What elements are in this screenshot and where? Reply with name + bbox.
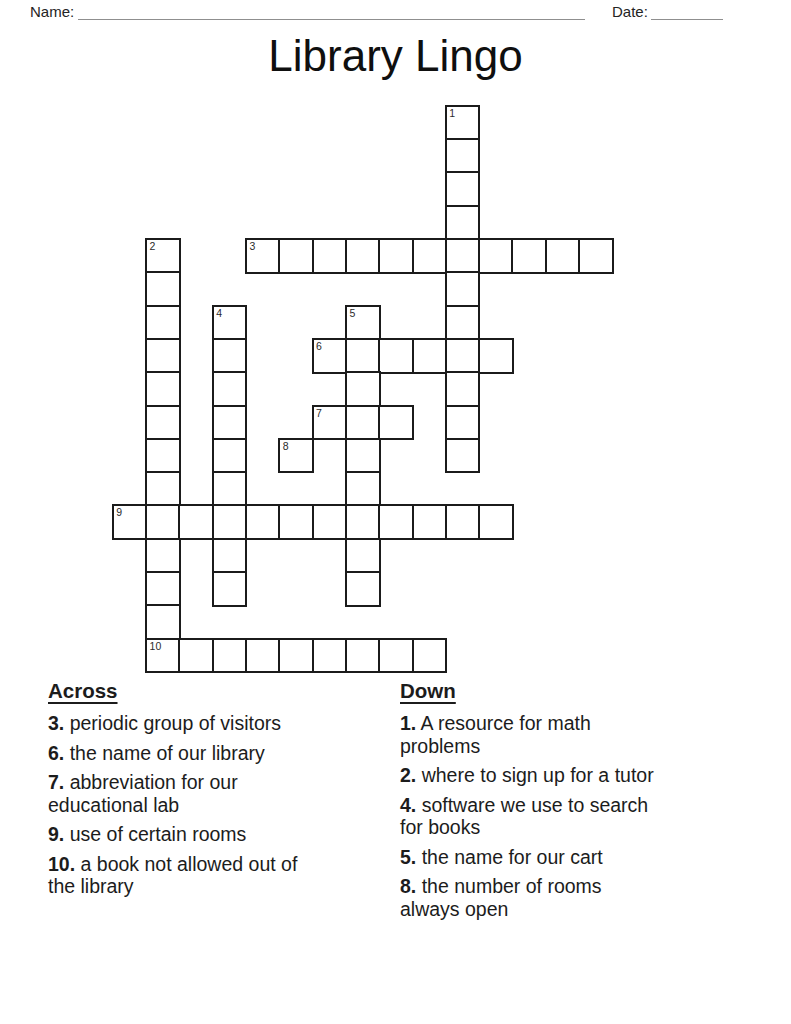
clue-number-10: 10.	[48, 853, 75, 875]
across-clue-list: 3. periodic group of visitors6. the name…	[48, 712, 396, 898]
grid-cell-r7-c7[interactable]	[345, 338, 381, 374]
cell-number-9: 9	[116, 507, 122, 519]
clue-6: 6. the name of our library	[48, 742, 396, 765]
grid-cell-r8-c3[interactable]	[212, 371, 248, 407]
grid-cell-r11-c7[interactable]	[345, 471, 381, 507]
clue-number-2: 2.	[400, 764, 416, 786]
crossword-grid: 12345678910	[113, 106, 615, 675]
grid-cell-r7-c8[interactable]	[378, 338, 414, 374]
cell-number-8: 8	[283, 441, 289, 453]
grid-cell-r6-c1[interactable]	[145, 305, 181, 341]
grid-cell-r12-c4[interactable]	[245, 504, 281, 540]
grid-cell-r7-c3[interactable]	[212, 338, 248, 374]
grid-cell-r10-c7[interactable]	[345, 438, 381, 474]
grid-cell-r16-c8[interactable]	[378, 638, 414, 674]
grid-cell-r16-c1[interactable]: 10	[145, 638, 181, 674]
grid-cell-r7-c9[interactable]	[412, 338, 448, 374]
across-heading: Across	[48, 679, 396, 703]
grid-cell-r16-c6[interactable]	[312, 638, 348, 674]
clue-2: 2. where to sign up for a tutor	[400, 764, 780, 787]
grid-cell-r10-c1[interactable]	[145, 438, 181, 474]
cell-number-7: 7	[316, 408, 322, 420]
puzzle-title: Library Lingo	[0, 30, 791, 83]
down-clues-column: Down 1. A resource for math problems2. w…	[400, 679, 780, 927]
grid-cell-r9-c6[interactable]: 7	[312, 405, 348, 441]
grid-cell-r4-c8[interactable]	[378, 238, 414, 274]
grid-cell-r12-c7[interactable]	[345, 504, 381, 540]
grid-cell-r16-c3[interactable]	[212, 638, 248, 674]
grid-cell-r0-c10[interactable]: 1	[445, 105, 481, 141]
grid-cell-r9-c8[interactable]	[378, 405, 414, 441]
clue-1: 1. A resource for math problems	[400, 712, 780, 757]
grid-cell-r6-c10[interactable]	[445, 305, 481, 341]
cell-number-1: 1	[449, 108, 455, 120]
clue-number-4: 4.	[400, 794, 416, 816]
grid-cell-r8-c7[interactable]	[345, 371, 381, 407]
cell-number-6: 6	[316, 341, 322, 353]
clue-text-7: abbreviation for our educational lab	[48, 771, 238, 816]
grid-cell-r7-c6[interactable]: 6	[312, 338, 348, 374]
grid-cell-r12-c10[interactable]	[445, 504, 481, 540]
grid-cell-r12-c6[interactable]	[312, 504, 348, 540]
clue-text-8: the number of rooms always open	[400, 875, 602, 920]
grid-cell-r12-c8[interactable]	[378, 504, 414, 540]
grid-cell-r12-c2[interactable]	[178, 504, 214, 540]
grid-cell-r13-c3[interactable]	[212, 538, 248, 574]
grid-cell-r11-c3[interactable]	[212, 471, 248, 507]
grid-cell-r14-c1[interactable]	[145, 571, 181, 607]
grid-cell-r9-c10[interactable]	[445, 405, 481, 441]
grid-cell-r8-c10[interactable]	[445, 371, 481, 407]
grid-cell-r2-c10[interactable]	[445, 171, 481, 207]
clue-number-5: 5.	[400, 846, 416, 868]
down-heading: Down	[400, 679, 780, 703]
grid-cell-r10-c5[interactable]: 8	[278, 438, 314, 474]
clue-4: 4. software we use to search for books	[400, 794, 780, 839]
grid-cell-r9-c1[interactable]	[145, 405, 181, 441]
clue-number-8: 8.	[400, 875, 416, 897]
name-label: Name:	[30, 3, 74, 20]
grid-cell-r11-c1[interactable]	[145, 471, 181, 507]
grid-cell-r10-c3[interactable]	[212, 438, 248, 474]
clue-text-3: periodic group of visitors	[64, 712, 281, 734]
grid-cell-r16-c5[interactable]	[278, 638, 314, 674]
cell-number-3: 3	[250, 241, 256, 253]
grid-cell-r10-c10[interactable]	[445, 438, 481, 474]
clue-7: 7. abbreviation for our educational lab	[48, 771, 396, 816]
grid-cell-r4-c5[interactable]	[278, 238, 314, 274]
grid-cell-r12-c1[interactable]	[145, 504, 181, 540]
clue-8: 8. the number of rooms always open	[400, 875, 780, 920]
cell-number-5: 5	[349, 308, 355, 320]
clue-number-6: 6.	[48, 742, 64, 764]
grid-cell-r12-c9[interactable]	[412, 504, 448, 540]
grid-cell-r4-c14[interactable]	[578, 238, 614, 274]
grid-cell-r4-c9[interactable]	[412, 238, 448, 274]
grid-cell-r15-c1[interactable]	[145, 604, 181, 640]
clue-5: 5. the name for our cart	[400, 846, 780, 869]
clue-text-4: software we use to search for books	[400, 794, 648, 839]
cell-number-10: 10	[150, 641, 162, 653]
grid-cell-r4-c4[interactable]: 3	[245, 238, 281, 274]
grid-cell-r4-c12[interactable]	[511, 238, 547, 274]
date-label: Date:	[612, 3, 648, 20]
grid-cell-r12-c3[interactable]	[212, 504, 248, 540]
grid-cell-r6-c3[interactable]: 4	[212, 305, 248, 341]
clue-3: 3. periodic group of visitors	[48, 712, 396, 735]
grid-cell-r8-c1[interactable]	[145, 371, 181, 407]
clue-9: 9. use of certain rooms	[48, 823, 396, 846]
grid-cell-r9-c3[interactable]	[212, 405, 248, 441]
grid-cell-r4-c11[interactable]	[478, 238, 514, 274]
grid-cell-r4-c10[interactable]	[445, 238, 481, 274]
across-clues-column: Across 3. periodic group of visitors6. t…	[48, 679, 396, 905]
grid-cell-r7-c11[interactable]	[478, 338, 514, 374]
grid-cell-r16-c7[interactable]	[345, 638, 381, 674]
grid-cell-r13-c1[interactable]	[145, 538, 181, 574]
crossword-worksheet: { "game": "crossword", "title": "Library…	[0, 0, 791, 1024]
grid-cell-r16-c2[interactable]	[178, 638, 214, 674]
cell-number-4: 4	[216, 308, 222, 320]
grid-cell-r12-c11[interactable]	[478, 504, 514, 540]
grid-cell-r16-c4[interactable]	[245, 638, 281, 674]
grid-cell-r13-c7[interactable]	[345, 538, 381, 574]
grid-cell-r7-c1[interactable]	[145, 338, 181, 374]
grid-cell-r16-c9[interactable]	[412, 638, 448, 674]
down-clue-list: 1. A resource for math problems2. where …	[400, 712, 780, 920]
grid-cell-r14-c3[interactable]	[212, 571, 248, 607]
grid-cell-r4-c6[interactable]	[312, 238, 348, 274]
clue-text-2: where to sign up for a tutor	[416, 764, 653, 786]
grid-cell-r4-c7[interactable]	[345, 238, 381, 274]
grid-cell-r14-c7[interactable]	[345, 571, 381, 607]
clue-text-1: A resource for math problems	[400, 712, 591, 757]
grid-cell-r12-c0[interactable]: 9	[112, 504, 148, 540]
grid-cell-r4-c1[interactable]: 2	[145, 238, 181, 274]
name-fill-line[interactable]	[78, 19, 585, 20]
clue-text-6: the name of our library	[64, 742, 265, 764]
grid-cell-r12-c5[interactable]	[278, 504, 314, 540]
clue-number-1: 1.	[400, 712, 416, 734]
grid-cell-r9-c7[interactable]	[345, 405, 381, 441]
grid-cell-r4-c13[interactable]	[545, 238, 581, 274]
clue-number-3: 3.	[48, 712, 64, 734]
grid-cell-r5-c10[interactable]	[445, 271, 481, 307]
clue-number-7: 7.	[48, 771, 64, 793]
grid-cell-r1-c10[interactable]	[445, 138, 481, 174]
date-fill-line[interactable]	[651, 19, 723, 20]
cell-number-2: 2	[150, 241, 156, 253]
grid-cell-r3-c10[interactable]	[445, 205, 481, 241]
clue-number-9: 9.	[48, 823, 64, 845]
clue-10: 10. a book not allowed out of the librar…	[48, 853, 396, 898]
clue-text-5: the name for our cart	[416, 846, 602, 868]
clue-text-10: a book not allowed out of the library	[48, 853, 297, 898]
clue-text-9: use of certain rooms	[64, 823, 246, 845]
grid-cell-r6-c7[interactable]: 5	[345, 305, 381, 341]
grid-cell-r5-c1[interactable]	[145, 271, 181, 307]
grid-cell-r7-c10[interactable]	[445, 338, 481, 374]
